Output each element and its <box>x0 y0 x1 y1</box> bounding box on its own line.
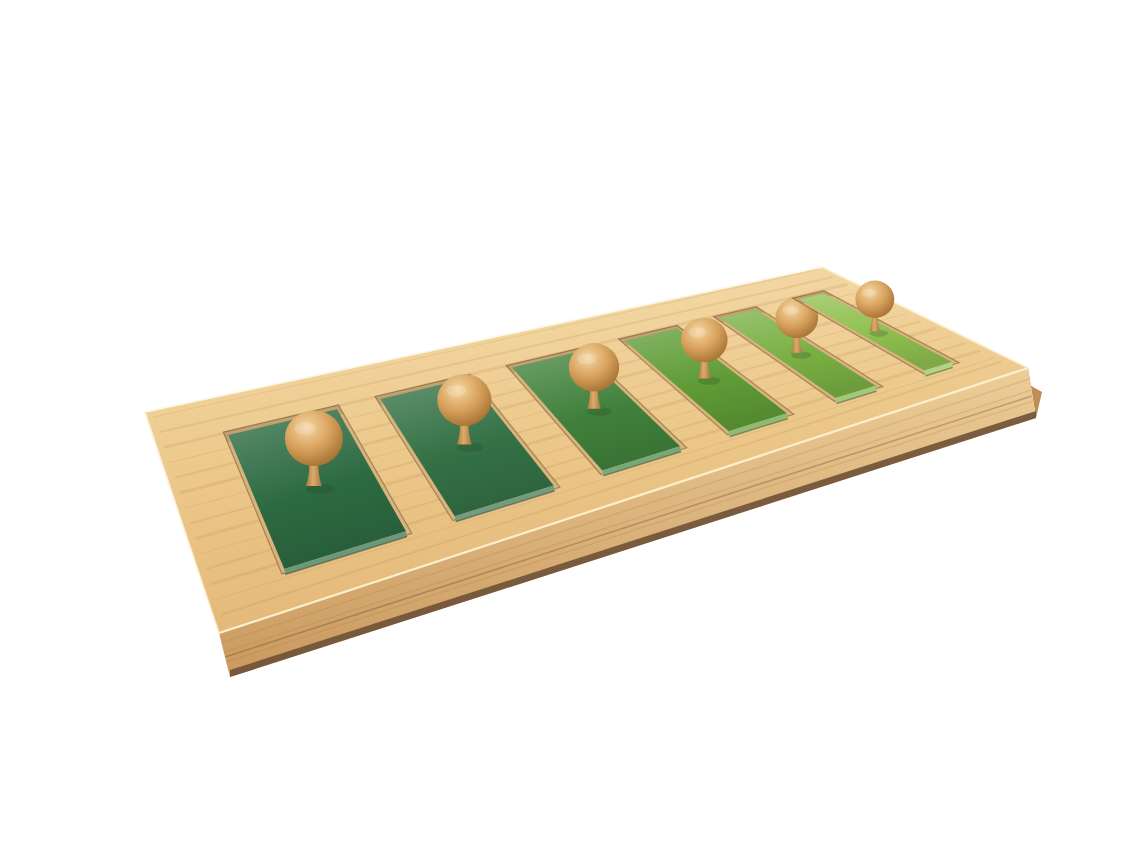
knob-ball <box>437 374 491 426</box>
knob-ball <box>569 343 619 391</box>
knob-highlight <box>577 353 596 364</box>
knob-ball <box>681 318 728 363</box>
puzzle-board-svg <box>0 0 1142 857</box>
knob-highlight <box>782 306 798 315</box>
knob-ball <box>285 410 343 466</box>
knob-highlight <box>294 422 316 435</box>
knob-highlight <box>689 327 707 337</box>
knob-highlight <box>862 289 877 298</box>
product-photo <box>0 0 1142 857</box>
knob-highlight <box>446 385 467 397</box>
knob-ball <box>855 281 894 318</box>
puzzle-scene <box>0 0 1142 857</box>
